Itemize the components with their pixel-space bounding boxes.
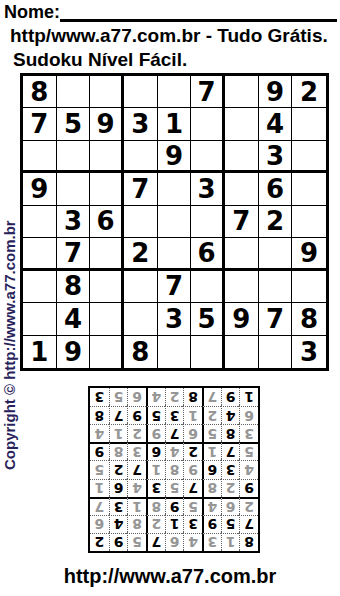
puzzle-cell-r6c4[interactable]: 2: [124, 238, 158, 270]
puzzle-cell-r9c7[interactable]: [225, 336, 259, 368]
solution-cell-r1c1: 8: [239, 533, 258, 551]
puzzle-cell-r7c5[interactable]: 7: [158, 271, 192, 303]
solution-cell-r5c6: 1: [146, 460, 165, 478]
solution-cell-r9c4: 8: [183, 388, 202, 406]
solution-cell-r2c6: 2: [146, 515, 165, 533]
puzzle-cell-r3c1[interactable]: [23, 141, 57, 173]
puzzle-cell-r2c9[interactable]: [292, 108, 326, 140]
puzzle-cell-r1c9[interactable]: 2: [292, 76, 326, 108]
puzzle-cell-r8c7[interactable]: 9: [225, 303, 259, 335]
solution-cell-r1c4: 4: [183, 533, 202, 551]
puzzle-cell-r5c9[interactable]: [292, 206, 326, 238]
solution-cell-r9c2: 9: [221, 388, 240, 406]
puzzle-cell-r2c3[interactable]: 9: [90, 108, 124, 140]
puzzle-cell-r6c6[interactable]: 6: [191, 238, 225, 270]
puzzle-cell-r2c1[interactable]: 7: [23, 108, 57, 140]
solution-cell-r7c1: 3: [239, 424, 258, 442]
solution-cell-r5c2: 3: [221, 460, 240, 478]
puzzle-cell-r5c5[interactable]: [158, 206, 192, 238]
puzzle-cell-r7c8[interactable]: [259, 271, 293, 303]
solution-cell-r2c7: 8: [127, 515, 146, 533]
solution-cell-r6c8: 8: [109, 442, 128, 460]
puzzle-cell-r9c9[interactable]: 3: [292, 336, 326, 368]
puzzle-cell-r9c8[interactable]: [259, 336, 293, 368]
puzzle-cell-r9c1[interactable]: 1: [23, 336, 57, 368]
solution-cell-r9c6: 4: [146, 388, 165, 406]
solution-cell-r3c6: 8: [146, 497, 165, 515]
solution-cell-r3c8: 3: [109, 497, 128, 515]
puzzle-cell-r5c7[interactable]: 7: [225, 206, 259, 238]
solution-cell-r7c9: 4: [90, 424, 109, 442]
solution-cell-r8c3: 2: [202, 406, 221, 424]
solution-cell-r2c5: 1: [165, 515, 184, 533]
puzzle-cell-r7c6[interactable]: [191, 271, 225, 303]
solution-cell-r9c8: 5: [109, 388, 128, 406]
solution-cell-r7c2: 8: [221, 424, 240, 442]
puzzle-cell-r3c8[interactable]: 3: [259, 141, 293, 173]
solution-cell-r5c4: 9: [183, 460, 202, 478]
solution-cell-r9c3: 7: [202, 388, 221, 406]
puzzle-cell-r5c4[interactable]: [124, 206, 158, 238]
puzzle-cell-r1c1[interactable]: 8: [23, 76, 57, 108]
solution-cell-r4c9: 1: [90, 479, 109, 497]
name-underline: [60, 19, 337, 22]
sudoku-solution-grid-rotated-180: 8134675927593128462645981379287534614369…: [88, 386, 260, 553]
puzzle-cell-r3c7[interactable]: [225, 141, 259, 173]
solution-cell-r1c2: 1: [221, 533, 240, 551]
puzzle-cell-r4c2[interactable]: [57, 173, 91, 205]
solution-cell-r7c6: 9: [146, 424, 165, 442]
solution-cell-r7c3: 5: [202, 424, 221, 442]
puzzle-cell-r4c7[interactable]: [225, 173, 259, 205]
solution-cell-r2c4: 3: [183, 515, 202, 533]
solution-cell-r2c2: 5: [221, 515, 240, 533]
solution-cell-r1c9: 2: [90, 533, 109, 551]
solution-cell-r5c3: 6: [202, 460, 221, 478]
solution-cell-r9c9: 3: [90, 388, 109, 406]
solution-cell-r3c5: 9: [165, 497, 184, 515]
puzzle-cell-r5c2[interactable]: 3: [57, 206, 91, 238]
solution-cell-r7c7: 2: [127, 424, 146, 442]
solution-cell-r4c3: 8: [202, 479, 221, 497]
solution-cell-r4c5: 5: [165, 479, 184, 497]
puzzle-cell-r8c6[interactable]: 5: [191, 303, 225, 335]
puzzle-cell-r7c4[interactable]: [124, 271, 158, 303]
puzzle-cell-r5c6[interactable]: [191, 206, 225, 238]
puzzle-cell-r7c3[interactable]: [90, 271, 124, 303]
puzzle-cell-r7c9[interactable]: [292, 271, 326, 303]
solution-cell-r5c5: 8: [165, 460, 184, 478]
solution-cell-r2c8: 4: [109, 515, 128, 533]
solution-cell-r4c6: 3: [146, 479, 165, 497]
solution-cell-r3c9: 7: [90, 497, 109, 515]
sudoku-puzzle-grid: 879275931493973636727269874359781983: [20, 73, 329, 371]
solution-cell-r1c5: 6: [165, 533, 184, 551]
puzzle-cell-r8c9[interactable]: 8: [292, 303, 326, 335]
puzzle-cell-r5c8[interactable]: 2: [259, 206, 293, 238]
puzzle-cell-r7c1[interactable]: [23, 271, 57, 303]
solution-cell-r1c7: 5: [127, 533, 146, 551]
solution-cell-r6c6: 6: [146, 442, 165, 460]
solution-cell-r9c5: 2: [165, 388, 184, 406]
puzzle-cell-r4c8[interactable]: 6: [259, 173, 293, 205]
puzzle-cell-r2c6[interactable]: [191, 108, 225, 140]
puzzle-cell-r2c2[interactable]: 5: [57, 108, 91, 140]
puzzle-cell-r3c6[interactable]: [191, 141, 225, 173]
puzzle-cell-r9c3[interactable]: [90, 336, 124, 368]
puzzle-cell-r3c5[interactable]: 9: [158, 141, 192, 173]
puzzle-cell-r1c6[interactable]: 7: [191, 76, 225, 108]
puzzle-cell-r7c7[interactable]: [225, 271, 259, 303]
solution-cell-r6c4: 2: [183, 442, 202, 460]
puzzle-cell-r4c6[interactable]: 3: [191, 173, 225, 205]
solution-cell-r2c3: 9: [202, 515, 221, 533]
puzzle-cell-r2c4[interactable]: 3: [124, 108, 158, 140]
puzzle-cell-r3c9[interactable]: [292, 141, 326, 173]
solution-cell-r8c4: 1: [183, 406, 202, 424]
puzzle-cell-r2c5[interactable]: 1: [158, 108, 192, 140]
puzzle-cell-r8c1[interactable]: [23, 303, 57, 335]
copyright-vertical-text: Copyright © http://www.a77.com.br: [1, 80, 19, 470]
puzzle-cell-r1c5[interactable]: [158, 76, 192, 108]
puzzle-cell-r3c3[interactable]: [90, 141, 124, 173]
puzzle-cell-r4c1[interactable]: 9: [23, 173, 57, 205]
solution-cell-r4c7: 4: [127, 479, 146, 497]
puzzle-cell-r9c2[interactable]: 9: [57, 336, 91, 368]
site-title: http/www.a77.com.br - Tudo Grátis.: [10, 25, 328, 47]
solution-cell-r4c2: 2: [221, 479, 240, 497]
solution-cell-r1c8: 9: [109, 533, 128, 551]
solution-cell-r5c1: 4: [239, 460, 258, 478]
puzzle-cell-r3c4[interactable]: [124, 141, 158, 173]
puzzle-cell-r1c8[interactable]: 9: [259, 76, 293, 108]
solution-cell-r8c6: 5: [146, 406, 165, 424]
puzzle-cell-r9c6[interactable]: [191, 336, 225, 368]
puzzle-cell-r4c5[interactable]: [158, 173, 192, 205]
solution-cell-r8c1: 6: [239, 406, 258, 424]
solution-cell-r5c7: 7: [127, 460, 146, 478]
puzzle-cell-r8c4[interactable]: [124, 303, 158, 335]
solution-cell-r7c4: 6: [183, 424, 202, 442]
puzzle-cell-r6c2[interactable]: 7: [57, 238, 91, 270]
solution-cell-r8c9: 8: [90, 406, 109, 424]
solution-cell-r2c1: 7: [239, 515, 258, 533]
solution-cell-r3c2: 6: [221, 497, 240, 515]
solution-cell-r7c5: 7: [165, 424, 184, 442]
puzzle-cell-r4c4[interactable]: 7: [124, 173, 158, 205]
puzzle-level-title: Sudoku Nível Fácil.: [13, 49, 187, 71]
puzzle-cell-r2c8[interactable]: 4: [259, 108, 293, 140]
puzzle-cell-r6c7[interactable]: [225, 238, 259, 270]
solution-cell-r3c3: 4: [202, 497, 221, 515]
solution-cell-r3c1: 2: [239, 497, 258, 515]
puzzle-cell-r6c9[interactable]: 9: [292, 238, 326, 270]
solution-cell-r1c6: 7: [146, 533, 165, 551]
puzzle-cell-r1c3[interactable]: [90, 76, 124, 108]
solution-cell-r6c1: 5: [239, 442, 258, 460]
solution-cell-r5c8: 2: [109, 460, 128, 478]
puzzle-cell-r6c1[interactable]: [23, 238, 57, 270]
solution-cell-r3c7: 1: [127, 497, 146, 515]
puzzle-cell-r4c9[interactable]: [292, 173, 326, 205]
puzzle-cell-r3c2[interactable]: [57, 141, 91, 173]
solution-cell-r6c7: 3: [127, 442, 146, 460]
solution-cell-r8c5: 3: [165, 406, 184, 424]
puzzle-cell-r5c1[interactable]: [23, 206, 57, 238]
solution-cell-r4c8: 6: [109, 479, 128, 497]
puzzle-cell-r8c8[interactable]: 7: [259, 303, 293, 335]
puzzle-cell-r4c3[interactable]: [90, 173, 124, 205]
puzzle-cell-r8c3[interactable]: [90, 303, 124, 335]
puzzle-cell-r8c5[interactable]: 3: [158, 303, 192, 335]
puzzle-cell-r9c5[interactable]: [158, 336, 192, 368]
solution-cell-r6c3: 1: [202, 442, 221, 460]
puzzle-cell-r2c7[interactable]: [225, 108, 259, 140]
solution-cell-r5c9: 5: [90, 460, 109, 478]
puzzle-cell-r9c4[interactable]: 8: [124, 336, 158, 368]
puzzle-cell-r1c7[interactable]: [225, 76, 259, 108]
solution-cell-r8c7: 9: [127, 406, 146, 424]
puzzle-cell-r7c2[interactable]: 8: [57, 271, 91, 303]
puzzle-cell-r5c3[interactable]: 6: [90, 206, 124, 238]
solution-cell-r1c3: 3: [202, 533, 221, 551]
solution-cell-r3c4: 5: [183, 497, 202, 515]
footer-url: http://www.a77.com.br: [0, 565, 340, 588]
solution-cell-r6c2: 7: [221, 442, 240, 460]
name-label: Nome:: [4, 2, 60, 23]
solution-cell-r8c8: 7: [109, 406, 128, 424]
puzzle-cell-r8c2[interactable]: 4: [57, 303, 91, 335]
solution-cell-r9c1: 1: [239, 388, 258, 406]
solution-cell-r6c5: 4: [165, 442, 184, 460]
solution-cell-r8c2: 4: [221, 406, 240, 424]
solution-cell-r9c7: 6: [127, 388, 146, 406]
solution-cell-r7c8: 1: [109, 424, 128, 442]
solution-cell-r6c9: 9: [90, 442, 109, 460]
puzzle-cell-r1c4[interactable]: [124, 76, 158, 108]
puzzle-cell-r6c8[interactable]: [259, 238, 293, 270]
puzzle-cell-r1c2[interactable]: [57, 76, 91, 108]
puzzle-cell-r6c5[interactable]: [158, 238, 192, 270]
solution-cell-r2c9: 6: [90, 515, 109, 533]
solution-cell-r4c1: 9: [239, 479, 258, 497]
puzzle-cell-r6c3[interactable]: [90, 238, 124, 270]
solution-cell-r4c4: 7: [183, 479, 202, 497]
